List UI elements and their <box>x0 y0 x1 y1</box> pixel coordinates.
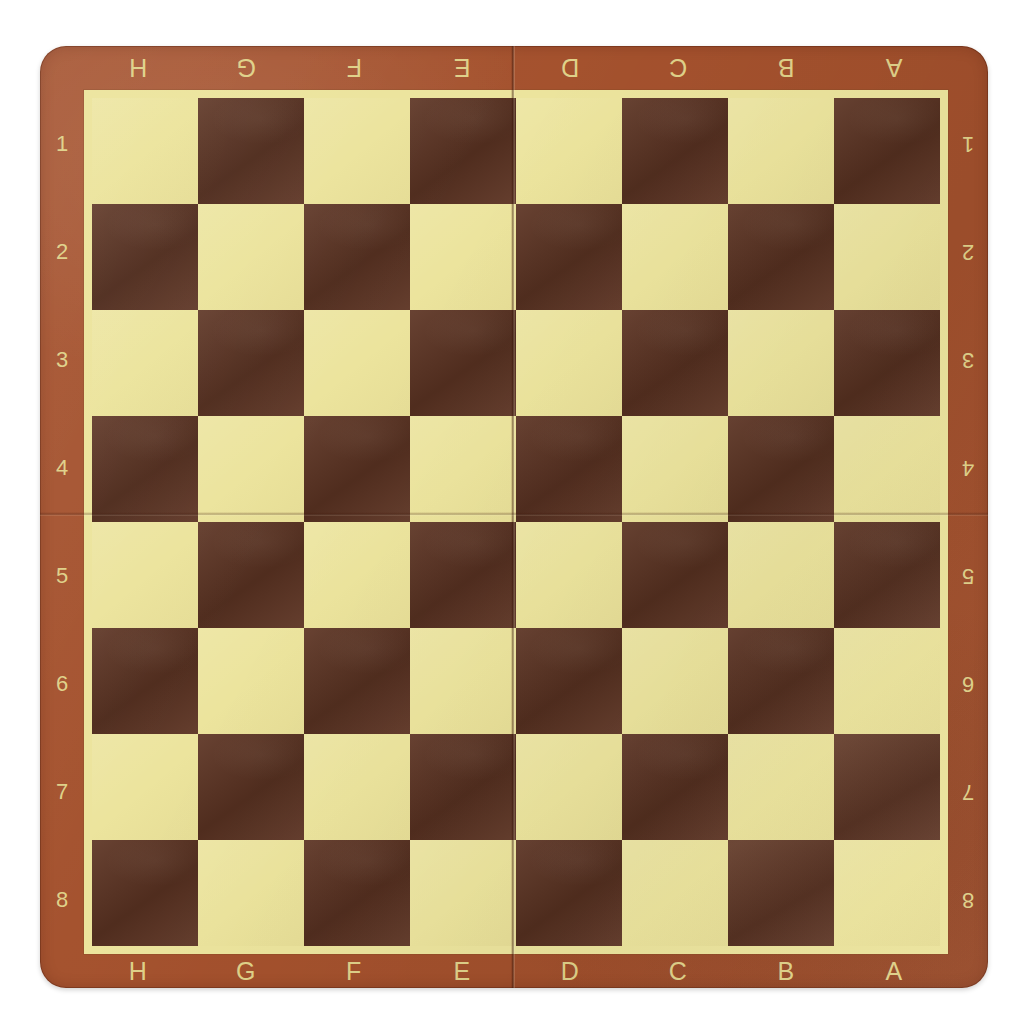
photo-background: HGFEDCBA HGFEDCBA 12345678 12345678 <box>0 0 1024 1024</box>
square-e2[interactable] <box>410 204 516 310</box>
square-b2[interactable] <box>728 204 834 310</box>
square-h5[interactable] <box>92 522 198 628</box>
rank-label-right-4: 4 <box>948 414 988 522</box>
rank-label-right-7: 7 <box>948 738 988 846</box>
square-d8[interactable] <box>516 840 622 946</box>
square-h2[interactable] <box>92 204 198 310</box>
square-c4[interactable] <box>622 416 728 522</box>
file-label-bottom-c: C <box>624 954 732 988</box>
square-b8[interactable] <box>728 840 834 946</box>
square-f7[interactable] <box>304 734 410 840</box>
square-g5[interactable] <box>198 522 304 628</box>
square-g1[interactable] <box>198 98 304 204</box>
rank-label-left-4: 4 <box>40 414 84 522</box>
square-f1[interactable] <box>304 98 410 204</box>
rank-labels-left: 12345678 <box>40 90 84 954</box>
square-h6[interactable] <box>92 628 198 734</box>
square-d2[interactable] <box>516 204 622 310</box>
square-d7[interactable] <box>516 734 622 840</box>
rank-label-left-7: 7 <box>40 738 84 846</box>
file-label-bottom-g: G <box>192 954 300 988</box>
file-label-top-e: E <box>408 46 516 90</box>
rank-label-right-1: 1 <box>948 90 988 198</box>
square-b4[interactable] <box>728 416 834 522</box>
square-c2[interactable] <box>622 204 728 310</box>
square-d1[interactable] <box>516 98 622 204</box>
square-d5[interactable] <box>516 522 622 628</box>
rank-label-right-2: 2 <box>948 198 988 306</box>
file-label-bottom-f: F <box>300 954 408 988</box>
square-e7[interactable] <box>410 734 516 840</box>
square-f4[interactable] <box>304 416 410 522</box>
square-a2[interactable] <box>834 204 940 310</box>
rank-label-right-3: 3 <box>948 306 988 414</box>
file-label-bottom-a: A <box>840 954 948 988</box>
file-label-top-g: G <box>192 46 300 90</box>
square-h4[interactable] <box>92 416 198 522</box>
square-d6[interactable] <box>516 628 622 734</box>
square-h7[interactable] <box>92 734 198 840</box>
square-g6[interactable] <box>198 628 304 734</box>
square-e6[interactable] <box>410 628 516 734</box>
file-label-bottom-e: E <box>408 954 516 988</box>
square-g8[interactable] <box>198 840 304 946</box>
file-label-bottom-b: B <box>732 954 840 988</box>
square-b7[interactable] <box>728 734 834 840</box>
rank-label-right-5: 5 <box>948 522 988 630</box>
square-f8[interactable] <box>304 840 410 946</box>
rank-label-left-5: 5 <box>40 522 84 630</box>
square-h3[interactable] <box>92 310 198 416</box>
square-g7[interactable] <box>198 734 304 840</box>
square-f3[interactable] <box>304 310 410 416</box>
board-playing-area <box>84 90 948 954</box>
square-a4[interactable] <box>834 416 940 522</box>
file-label-top-d: D <box>516 46 624 90</box>
square-d3[interactable] <box>516 310 622 416</box>
square-b5[interactable] <box>728 522 834 628</box>
rank-label-right-8: 8 <box>948 846 988 954</box>
square-e4[interactable] <box>410 416 516 522</box>
square-c6[interactable] <box>622 628 728 734</box>
square-e3[interactable] <box>410 310 516 416</box>
file-label-top-f: F <box>300 46 408 90</box>
rank-labels-right: 12345678 <box>948 90 988 954</box>
square-h8[interactable] <box>92 840 198 946</box>
square-a8[interactable] <box>834 840 940 946</box>
file-label-top-b: B <box>732 46 840 90</box>
square-d4[interactable] <box>516 416 622 522</box>
square-g3[interactable] <box>198 310 304 416</box>
square-a5[interactable] <box>834 522 940 628</box>
square-a6[interactable] <box>834 628 940 734</box>
square-h1[interactable] <box>92 98 198 204</box>
square-b3[interactable] <box>728 310 834 416</box>
square-g2[interactable] <box>198 204 304 310</box>
rank-label-left-8: 8 <box>40 846 84 954</box>
square-c8[interactable] <box>622 840 728 946</box>
rank-label-right-6: 6 <box>948 630 988 738</box>
square-b6[interactable] <box>728 628 834 734</box>
file-label-top-a: A <box>840 46 948 90</box>
file-label-bottom-h: H <box>84 954 192 988</box>
square-a7[interactable] <box>834 734 940 840</box>
rank-label-left-2: 2 <box>40 198 84 306</box>
file-label-bottom-d: D <box>516 954 624 988</box>
board-grid <box>92 98 940 946</box>
square-a1[interactable] <box>834 98 940 204</box>
square-g4[interactable] <box>198 416 304 522</box>
square-c1[interactable] <box>622 98 728 204</box>
square-e5[interactable] <box>410 522 516 628</box>
square-e1[interactable] <box>410 98 516 204</box>
square-c7[interactable] <box>622 734 728 840</box>
rank-label-left-6: 6 <box>40 630 84 738</box>
file-label-top-c: C <box>624 46 732 90</box>
square-a3[interactable] <box>834 310 940 416</box>
square-c5[interactable] <box>622 522 728 628</box>
rank-label-left-3: 3 <box>40 306 84 414</box>
square-c3[interactable] <box>622 310 728 416</box>
chessboard: HGFEDCBA HGFEDCBA 12345678 12345678 <box>40 46 988 988</box>
square-e8[interactable] <box>410 840 516 946</box>
file-labels-bottom: HGFEDCBA <box>84 954 948 988</box>
square-f5[interactable] <box>304 522 410 628</box>
file-labels-top: HGFEDCBA <box>84 46 948 90</box>
square-f6[interactable] <box>304 628 410 734</box>
file-label-top-h: H <box>84 46 192 90</box>
square-b1[interactable] <box>728 98 834 204</box>
rank-label-left-1: 1 <box>40 90 84 198</box>
square-f2[interactable] <box>304 204 410 310</box>
